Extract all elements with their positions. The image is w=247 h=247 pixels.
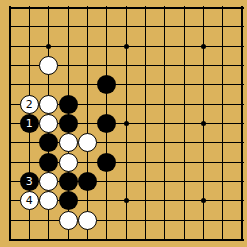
stone-black — [59, 191, 78, 210]
stone-white — [78, 211, 97, 230]
stone-black — [97, 153, 116, 172]
move-number-label: 2 — [26, 99, 33, 110]
stone-black — [39, 153, 58, 172]
star-point — [201, 198, 206, 203]
stone-white — [39, 95, 58, 114]
stone-black — [97, 114, 116, 133]
stone-black — [59, 172, 78, 191]
stone-white — [39, 172, 58, 191]
grid-line-vertical — [184, 6, 185, 241]
star-point — [201, 121, 206, 126]
grid-line-vertical — [222, 6, 223, 241]
stone-white — [39, 191, 58, 210]
stone-white — [78, 133, 97, 152]
move-3-stone-black: 3 — [20, 172, 39, 191]
grid-line-vertical — [145, 6, 146, 241]
stone-black — [59, 95, 78, 114]
star-point — [124, 198, 129, 203]
go-board: 2134 — [0, 0, 247, 247]
stone-white — [59, 211, 78, 230]
star-point — [201, 44, 206, 49]
stone-black — [39, 133, 58, 152]
stone-white — [39, 56, 58, 75]
move-number-label: 3 — [26, 176, 33, 187]
stone-white — [39, 114, 58, 133]
stone-black — [78, 172, 97, 191]
star-point — [124, 121, 129, 126]
move-1-stone-black: 1 — [20, 114, 39, 133]
star-point — [124, 44, 129, 49]
move-4-stone-white: 4 — [20, 191, 39, 210]
move-2-stone-white: 2 — [20, 95, 39, 114]
grid-line-vertical — [164, 6, 165, 241]
grid-line-horizontal — [9, 239, 244, 241]
stone-white — [59, 133, 78, 152]
move-number-label: 1 — [26, 118, 33, 129]
grid-line-vertical — [241, 6, 243, 241]
stone-black — [97, 75, 116, 94]
move-number-label: 4 — [26, 195, 33, 206]
star-point — [46, 44, 51, 49]
stone-black — [59, 114, 78, 133]
grid-line-horizontal — [9, 220, 244, 221]
stone-white — [59, 153, 78, 172]
